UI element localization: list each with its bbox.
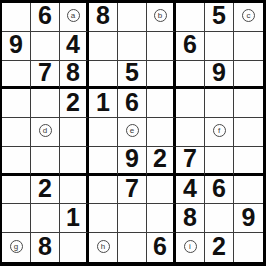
cell-r4c4: 1 [89, 89, 118, 118]
given-digit: 9 [212, 60, 226, 85]
cell-r1c4: 8 [89, 3, 118, 32]
cell-r8c9: 9 [234, 204, 263, 233]
cell-r4c9 [234, 89, 263, 118]
cell-r8c3: 1 [60, 204, 89, 233]
cell-r3c4 [89, 61, 118, 90]
circled-label-d: d [39, 124, 52, 137]
given-digit: 7 [38, 60, 52, 85]
cell-r3c7 [176, 61, 205, 90]
circled-label-b: b [154, 9, 167, 22]
given-digit: 9 [242, 205, 256, 230]
cell-r8c7: 8 [176, 204, 205, 233]
given-digit: 6 [183, 32, 197, 57]
cell-r7c5: 7 [118, 176, 147, 205]
cell-r9c8: 2 [205, 233, 234, 262]
circled-label-h: h [97, 240, 110, 253]
cell-r2c8 [205, 32, 234, 61]
cell-r6c1 [2, 147, 31, 176]
cell-r1c2: 6 [31, 3, 60, 32]
given-digit: 2 [153, 146, 167, 171]
cell-r6c7: 7 [176, 147, 205, 176]
cell-r4c2 [31, 89, 60, 118]
given-digit: 5 [125, 60, 139, 85]
cell-r8c4 [89, 204, 118, 233]
given-digit: 9 [125, 146, 139, 171]
cell-r9c1: g [2, 233, 31, 262]
given-digit: 7 [125, 176, 139, 201]
cell-r2c5 [118, 32, 147, 61]
cell-r6c5: 9 [118, 147, 147, 176]
cell-r3c3: 8 [60, 61, 89, 90]
cell-r8c5 [118, 204, 147, 233]
circled-label-g: g [10, 240, 23, 253]
circled-label-i: i [184, 240, 197, 253]
cell-r6c2 [31, 147, 60, 176]
given-digit: 8 [183, 205, 197, 230]
cell-r4c7 [176, 89, 205, 118]
given-digit: 1 [66, 205, 80, 230]
cell-r5c1 [2, 118, 31, 147]
given-digit: 7 [183, 146, 197, 171]
cell-r2c6 [147, 32, 176, 61]
cell-r7c1 [2, 176, 31, 205]
circled-label-f: f [213, 124, 226, 137]
cell-r5c9 [234, 118, 263, 147]
cell-r8c2 [31, 204, 60, 233]
given-digit: 6 [212, 176, 226, 201]
cell-r7c9 [234, 176, 263, 205]
cell-r9c5 [118, 233, 147, 262]
cell-r1c3: a [60, 3, 89, 32]
cell-r4c3: 2 [60, 89, 89, 118]
given-digit: 9 [9, 32, 23, 57]
cell-r9c9 [234, 233, 263, 262]
cell-r4c8 [205, 89, 234, 118]
cell-r3c2: 7 [31, 61, 60, 90]
cell-r5c6 [147, 118, 176, 147]
given-digit: 1 [96, 90, 110, 115]
given-digit: 2 [38, 176, 52, 201]
circled-label-a: a [67, 9, 80, 22]
cell-r6c8 [205, 147, 234, 176]
cell-r6c9 [234, 147, 263, 176]
cell-r5c3 [60, 118, 89, 147]
cell-r4c6 [147, 89, 176, 118]
cell-r9c6: 6 [147, 233, 176, 262]
cell-r1c8: 5 [205, 3, 234, 32]
cell-r3c9 [234, 61, 263, 90]
cell-r2c3: 4 [60, 32, 89, 61]
cell-r5c4 [89, 118, 118, 147]
cell-r1c1 [2, 3, 31, 32]
cell-r2c9 [234, 32, 263, 61]
cell-r3c5: 5 [118, 61, 147, 90]
cell-r5c2: d [31, 118, 60, 147]
cell-r1c5 [118, 3, 147, 32]
cell-r8c8 [205, 204, 234, 233]
cell-r8c1 [2, 204, 31, 233]
cell-r1c7 [176, 3, 205, 32]
cell-r3c8: 9 [205, 61, 234, 90]
cell-r7c2: 2 [31, 176, 60, 205]
given-digit: 8 [66, 60, 80, 85]
given-digit: 5 [212, 3, 226, 28]
given-digit: 4 [183, 176, 197, 201]
cell-r2c2 [31, 32, 60, 61]
sudoku-board: 6a8b5c9467859216def9272746189g8h6i2 [0, 0, 266, 266]
cell-r1c9: c [234, 3, 263, 32]
cell-r7c3 [60, 176, 89, 205]
circled-label-e: e [126, 124, 139, 137]
given-digit: 2 [66, 90, 80, 115]
cell-r3c6 [147, 61, 176, 90]
cell-r4c1 [2, 89, 31, 118]
cell-r6c4 [89, 147, 118, 176]
cell-r2c1: 9 [2, 32, 31, 61]
given-digit: 4 [66, 32, 80, 57]
given-digit: 6 [125, 90, 139, 115]
cell-r4c5: 6 [118, 89, 147, 118]
cell-r7c6 [147, 176, 176, 205]
given-digit: 6 [153, 234, 167, 259]
cell-r1c6: b [147, 3, 176, 32]
given-digit: 6 [38, 3, 52, 28]
cell-r3c1 [2, 61, 31, 90]
circled-label-c: c [242, 9, 255, 22]
cell-r7c8: 6 [205, 176, 234, 205]
cell-r9c3 [60, 233, 89, 262]
cell-r5c8: f [205, 118, 234, 147]
cell-r5c5: e [118, 118, 147, 147]
cell-r2c7: 6 [176, 32, 205, 61]
cell-r6c3 [60, 147, 89, 176]
cell-r7c4 [89, 176, 118, 205]
cell-r9c4: h [89, 233, 118, 262]
cell-r2c4 [89, 32, 118, 61]
cell-r5c7 [176, 118, 205, 147]
given-digit: 8 [38, 234, 52, 259]
cell-r9c7: i [176, 233, 205, 262]
cell-r8c6 [147, 204, 176, 233]
given-digit: 2 [212, 234, 226, 259]
cell-r7c7: 4 [176, 176, 205, 205]
cell-r6c6: 2 [147, 147, 176, 176]
given-digit: 8 [96, 3, 110, 28]
cell-r9c2: 8 [31, 233, 60, 262]
